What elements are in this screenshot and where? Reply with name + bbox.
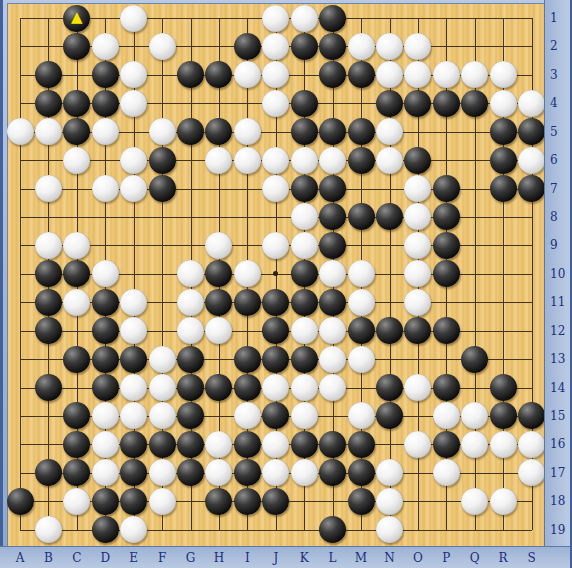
white-stone-B19	[35, 516, 62, 543]
white-stone-N5	[376, 118, 403, 145]
white-stone-D7	[92, 175, 119, 202]
white-stone-M10	[348, 260, 375, 287]
black-stone-I16	[234, 431, 261, 458]
white-stone-E15	[120, 402, 147, 429]
white-stone-S6	[518, 147, 545, 174]
black-stone-R15	[490, 402, 517, 429]
black-stone-E18	[120, 488, 147, 515]
row-label-3: 3	[550, 68, 558, 82]
white-stone-J1	[262, 5, 289, 32]
black-stone-H18	[205, 488, 232, 515]
white-stone-O2	[404, 33, 431, 60]
white-stone-E19	[120, 516, 147, 543]
black-stone-G5	[177, 118, 204, 145]
black-stone-L5	[319, 118, 346, 145]
white-stone-R4	[490, 90, 517, 117]
black-stone-G3	[177, 61, 204, 88]
white-stone-P3	[433, 61, 460, 88]
white-stone-B7	[35, 175, 62, 202]
black-stone-P12	[433, 317, 460, 344]
white-stone-R16	[490, 431, 517, 458]
white-stone-J7	[262, 175, 289, 202]
black-stone-K5	[291, 118, 318, 145]
black-stone-R6	[490, 147, 517, 174]
black-stone-O6	[404, 147, 431, 174]
goban[interactable]: ▲	[8, 4, 545, 546]
black-stone-E17	[120, 459, 147, 486]
black-stone-K13	[291, 346, 318, 373]
row-label-18: 18	[550, 494, 565, 508]
black-stone-R14	[490, 374, 517, 401]
black-stone-J15	[262, 402, 289, 429]
white-stone-Q15	[461, 402, 488, 429]
black-stone-L7	[319, 175, 346, 202]
column-label-N: N	[384, 551, 395, 565]
white-stone-S16	[518, 431, 545, 458]
black-stone-O12	[404, 317, 431, 344]
row-label-19: 19	[550, 523, 565, 537]
star-point	[273, 271, 278, 276]
white-stone-K14	[291, 374, 318, 401]
white-stone-D2	[92, 33, 119, 60]
white-stone-F5	[149, 118, 176, 145]
white-stone-J2	[262, 33, 289, 60]
black-stone-G13	[177, 346, 204, 373]
column-label-E: E	[129, 551, 138, 565]
white-stone-M15	[348, 402, 375, 429]
black-stone-K11	[291, 289, 318, 316]
column-label-R: R	[499, 551, 508, 565]
white-stone-P15	[433, 402, 460, 429]
white-stone-N17	[376, 459, 403, 486]
black-stone-K10	[291, 260, 318, 287]
black-stone-B10	[35, 260, 62, 287]
white-stone-F18	[149, 488, 176, 515]
black-stone-P10	[433, 260, 460, 287]
white-stone-O11	[404, 289, 431, 316]
black-stone-M16	[348, 431, 375, 458]
black-stone-P4	[433, 90, 460, 117]
white-stone-J14	[262, 374, 289, 401]
white-stone-H16	[205, 431, 232, 458]
black-stone-L3	[319, 61, 346, 88]
row-label-2: 2	[550, 39, 558, 53]
white-stone-B5	[35, 118, 62, 145]
white-stone-L13	[319, 346, 346, 373]
white-stone-K1	[291, 5, 318, 32]
black-stone-I13	[234, 346, 261, 373]
black-stone-B12	[35, 317, 62, 344]
black-stone-F6	[149, 147, 176, 174]
white-stone-R3	[490, 61, 517, 88]
black-stone-Q13	[461, 346, 488, 373]
black-stone-P16	[433, 431, 460, 458]
black-stone-O4	[404, 90, 431, 117]
white-stone-H12	[205, 317, 232, 344]
black-stone-C13	[63, 346, 90, 373]
black-stone-P9	[433, 232, 460, 259]
white-stone-J16	[262, 431, 289, 458]
white-stone-A5	[7, 118, 34, 145]
black-stone-N12	[376, 317, 403, 344]
black-stone-D12	[92, 317, 119, 344]
white-stone-N2	[376, 33, 403, 60]
white-stone-E12	[120, 317, 147, 344]
white-stone-M11	[348, 289, 375, 316]
last-move-triangle-marker: ▲	[71, 10, 83, 25]
black-stone-B11	[35, 289, 62, 316]
white-stone-E3	[120, 61, 147, 88]
white-stone-K15	[291, 402, 318, 429]
black-stone-K7	[291, 175, 318, 202]
column-label-A: A	[16, 551, 25, 565]
white-stone-L12	[319, 317, 346, 344]
black-stone-J11	[262, 289, 289, 316]
white-stone-E4	[120, 90, 147, 117]
white-stone-E1	[120, 5, 147, 32]
column-label-S: S	[527, 551, 535, 565]
black-stone-M17	[348, 459, 375, 486]
black-stone-C4	[63, 90, 90, 117]
white-stone-I5	[234, 118, 261, 145]
black-stone-G14	[177, 374, 204, 401]
white-stone-F15	[149, 402, 176, 429]
white-stone-Q18	[461, 488, 488, 515]
column-label-I: I	[245, 551, 250, 565]
black-stone-D19	[92, 516, 119, 543]
white-stone-F2	[149, 33, 176, 60]
white-stone-D5	[92, 118, 119, 145]
black-stone-G17	[177, 459, 204, 486]
white-stone-O14	[404, 374, 431, 401]
white-stone-E11	[120, 289, 147, 316]
white-stone-E6	[120, 147, 147, 174]
black-stone-N15	[376, 402, 403, 429]
white-stone-P17	[433, 459, 460, 486]
white-stone-C11	[63, 289, 90, 316]
black-stone-C10	[63, 260, 90, 287]
row-coordinate-strip	[544, 0, 572, 568]
row-label-17: 17	[550, 466, 565, 480]
black-stone-M5	[348, 118, 375, 145]
white-stone-R18	[490, 488, 517, 515]
column-label-B: B	[44, 551, 53, 565]
black-stone-D11	[92, 289, 119, 316]
white-stone-H9	[205, 232, 232, 259]
black-stone-B17	[35, 459, 62, 486]
black-stone-L19	[319, 516, 346, 543]
white-stone-D10	[92, 260, 119, 287]
row-label-11: 11	[550, 295, 565, 309]
column-label-L: L	[329, 551, 337, 565]
white-stone-K12	[291, 317, 318, 344]
column-label-P: P	[442, 551, 450, 565]
row-label-14: 14	[550, 381, 565, 395]
white-stone-D15	[92, 402, 119, 429]
black-stone-M12	[348, 317, 375, 344]
black-stone-J12	[262, 317, 289, 344]
white-stone-G11	[177, 289, 204, 316]
black-stone-D14	[92, 374, 119, 401]
row-label-1: 1	[550, 11, 558, 25]
white-stone-S17	[518, 459, 545, 486]
black-stone-P7	[433, 175, 460, 202]
black-stone-H10	[205, 260, 232, 287]
column-label-J: J	[273, 551, 278, 565]
black-stone-I11	[234, 289, 261, 316]
column-label-G: G	[186, 551, 196, 565]
black-stone-D13	[92, 346, 119, 373]
white-stone-O7	[404, 175, 431, 202]
row-label-4: 4	[550, 96, 558, 110]
black-stone-D4	[92, 90, 119, 117]
row-label-16: 16	[550, 437, 565, 451]
black-stone-N8	[376, 203, 403, 230]
black-stone-L9	[319, 232, 346, 259]
row-label-6: 6	[550, 153, 558, 167]
white-stone-H6	[205, 147, 232, 174]
white-stone-O3	[404, 61, 431, 88]
black-stone-I17	[234, 459, 261, 486]
column-label-F: F	[158, 551, 166, 565]
row-label-8: 8	[550, 210, 558, 224]
black-stone-G15	[177, 402, 204, 429]
black-stone-E13	[120, 346, 147, 373]
black-stone-C16	[63, 431, 90, 458]
white-stone-J9	[262, 232, 289, 259]
white-stone-O10	[404, 260, 431, 287]
black-stone-L11	[319, 289, 346, 316]
white-stone-I10	[234, 260, 261, 287]
black-stone-M18	[348, 488, 375, 515]
white-stone-K9	[291, 232, 318, 259]
black-stone-F7	[149, 175, 176, 202]
column-label-Q: Q	[470, 551, 480, 565]
black-stone-N14	[376, 374, 403, 401]
column-label-M: M	[355, 551, 367, 565]
white-stone-J4	[262, 90, 289, 117]
white-stone-K17	[291, 459, 318, 486]
black-stone-D18	[92, 488, 119, 515]
white-stone-I6	[234, 147, 261, 174]
black-stone-J13	[262, 346, 289, 373]
black-stone-F16	[149, 431, 176, 458]
white-stone-S4	[518, 90, 545, 117]
white-stone-O8	[404, 203, 431, 230]
white-stone-N19	[376, 516, 403, 543]
white-stone-K6	[291, 147, 318, 174]
black-stone-C2	[63, 33, 90, 60]
white-stone-G10	[177, 260, 204, 287]
black-stone-L16	[319, 431, 346, 458]
black-stone-B14	[35, 374, 62, 401]
black-stone-A18	[7, 488, 34, 515]
black-stone-R7	[490, 175, 517, 202]
white-stone-F17	[149, 459, 176, 486]
column-label-K: K	[300, 551, 309, 565]
black-stone-H14	[205, 374, 232, 401]
white-stone-C9	[63, 232, 90, 259]
white-stone-I15	[234, 402, 261, 429]
black-stone-L1	[319, 5, 346, 32]
black-stone-G16	[177, 431, 204, 458]
go-app-window: ▲ ABCDEFGHIJKLMNOPQRS1234567891011121314…	[0, 0, 572, 568]
row-label-10: 10	[550, 267, 565, 281]
row-label-12: 12	[550, 324, 565, 338]
white-stone-O9	[404, 232, 431, 259]
black-stone-B4	[35, 90, 62, 117]
black-stone-M8	[348, 203, 375, 230]
black-stone-R5	[490, 118, 517, 145]
white-stone-C18	[63, 488, 90, 515]
white-stone-M13	[348, 346, 375, 373]
black-stone-E16	[120, 431, 147, 458]
column-label-H: H	[214, 551, 224, 565]
black-stone-K16	[291, 431, 318, 458]
white-stone-L14	[319, 374, 346, 401]
column-label-D: D	[100, 551, 110, 565]
white-stone-N18	[376, 488, 403, 515]
column-label-O: O	[413, 551, 423, 565]
black-stone-K2	[291, 33, 318, 60]
black-stone-N4	[376, 90, 403, 117]
row-label-5: 5	[550, 125, 558, 139]
black-stone-I14	[234, 374, 261, 401]
black-stone-K4	[291, 90, 318, 117]
black-stone-P8	[433, 203, 460, 230]
white-stone-J3	[262, 61, 289, 88]
black-stone-B3	[35, 61, 62, 88]
white-stone-J17	[262, 459, 289, 486]
column-coordinate-strip	[0, 546, 572, 568]
white-stone-F13	[149, 346, 176, 373]
black-stone-S15	[518, 402, 545, 429]
black-stone-Q4	[461, 90, 488, 117]
black-stone-M3	[348, 61, 375, 88]
black-stone-D3	[92, 61, 119, 88]
white-stone-Q3	[461, 61, 488, 88]
black-stone-I18	[234, 488, 261, 515]
white-stone-E14	[120, 374, 147, 401]
black-stone-C15	[63, 402, 90, 429]
white-stone-Q16	[461, 431, 488, 458]
white-stone-K8	[291, 203, 318, 230]
white-stone-I3	[234, 61, 261, 88]
white-stone-N6	[376, 147, 403, 174]
black-stone-L8	[319, 203, 346, 230]
black-stone-J18	[262, 488, 289, 515]
row-label-15: 15	[550, 409, 565, 423]
white-stone-C6	[63, 147, 90, 174]
black-stone-L2	[319, 33, 346, 60]
black-stone-P14	[433, 374, 460, 401]
black-stone-H5	[205, 118, 232, 145]
white-stone-G12	[177, 317, 204, 344]
white-stone-O16	[404, 431, 431, 458]
black-stone-L17	[319, 459, 346, 486]
black-stone-I2	[234, 33, 261, 60]
white-stone-B9	[35, 232, 62, 259]
row-label-13: 13	[550, 352, 565, 366]
black-stone-C17	[63, 459, 90, 486]
white-stone-F14	[149, 374, 176, 401]
black-stone-S7	[518, 175, 545, 202]
black-stone-S5	[518, 118, 545, 145]
black-stone-H3	[205, 61, 232, 88]
white-stone-N3	[376, 61, 403, 88]
black-stone-C5	[63, 118, 90, 145]
row-label-7: 7	[550, 182, 558, 196]
white-stone-J6	[262, 147, 289, 174]
white-stone-D17	[92, 459, 119, 486]
white-stone-M2	[348, 33, 375, 60]
white-stone-L10	[319, 260, 346, 287]
row-label-9: 9	[550, 238, 558, 252]
column-label-C: C	[72, 551, 81, 565]
white-stone-E7	[120, 175, 147, 202]
white-stone-D16	[92, 431, 119, 458]
white-stone-L6	[319, 147, 346, 174]
white-stone-H17	[205, 459, 232, 486]
black-stone-H11	[205, 289, 232, 316]
black-stone-M6	[348, 147, 375, 174]
